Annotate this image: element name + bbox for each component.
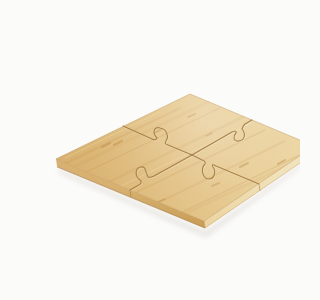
puzzle-board-illustration xyxy=(40,16,300,300)
top-face-sheen xyxy=(56,94,300,221)
product-photo xyxy=(40,16,300,300)
